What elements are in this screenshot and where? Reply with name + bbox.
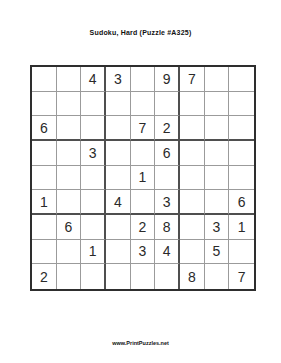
cell-r5c9[interactable] [229, 166, 254, 191]
cell-r1c7: 7 [180, 67, 205, 92]
cell-r3c4[interactable] [106, 116, 131, 141]
cell-r1c9[interactable] [229, 67, 254, 92]
cell-r6c6: 3 [155, 190, 180, 215]
cell-r6c5[interactable] [131, 190, 156, 215]
cell-r6c9: 6 [229, 190, 254, 215]
cell-r7c7[interactable] [180, 215, 205, 240]
cell-r4c6: 6 [155, 141, 180, 166]
cell-r8c3: 1 [81, 240, 106, 265]
cell-r2c7[interactable] [180, 92, 205, 117]
cell-r8c2[interactable] [57, 240, 82, 265]
cell-r3c9[interactable] [229, 116, 254, 141]
cell-r2c8[interactable] [205, 92, 230, 117]
cell-r7c4[interactable] [106, 215, 131, 240]
cell-r4c1[interactable] [32, 141, 57, 166]
cell-r9c8[interactable] [205, 264, 230, 289]
puzzle-title: Sudoku, Hard (Puzzle #A325) [0, 29, 281, 36]
cell-r2c2[interactable] [57, 92, 82, 117]
cell-r9c3[interactable] [81, 264, 106, 289]
footer-url: www.PrintPuzzles.net [0, 340, 281, 346]
cell-r4c4[interactable] [106, 141, 131, 166]
cell-r7c3[interactable] [81, 215, 106, 240]
cell-r1c2[interactable] [57, 67, 82, 92]
cell-r2c9[interactable] [229, 92, 254, 117]
cell-r2c4[interactable] [106, 92, 131, 117]
cell-r6c4: 4 [106, 190, 131, 215]
cell-r2c5[interactable] [131, 92, 156, 117]
cell-r8c8: 5 [205, 240, 230, 265]
cell-r9c7: 8 [180, 264, 205, 289]
cell-r1c3: 4 [81, 67, 106, 92]
cell-r4c8[interactable] [205, 141, 230, 166]
cell-r4c5[interactable] [131, 141, 156, 166]
cell-r5c1[interactable] [32, 166, 57, 191]
cell-r2c3[interactable] [81, 92, 106, 117]
cell-r8c4[interactable] [106, 240, 131, 265]
cell-r1c5[interactable] [131, 67, 156, 92]
cell-r3c2[interactable] [57, 116, 82, 141]
cell-r2c6[interactable] [155, 92, 180, 117]
cell-r9c5[interactable] [131, 264, 156, 289]
cell-r3c1: 6 [32, 116, 57, 141]
cell-r6c1: 1 [32, 190, 57, 215]
cell-r9c1: 2 [32, 264, 57, 289]
sudoku-board: 43976723611436628311345287 [30, 65, 256, 291]
cell-r4c2[interactable] [57, 141, 82, 166]
cell-r3c3[interactable] [81, 116, 106, 141]
cell-r3c7[interactable] [180, 116, 205, 141]
cell-r8c1[interactable] [32, 240, 57, 265]
cell-r5c4[interactable] [106, 166, 131, 191]
cell-r9c2[interactable] [57, 264, 82, 289]
cell-r7c2: 6 [57, 215, 82, 240]
cell-r5c3[interactable] [81, 166, 106, 191]
cell-r6c3[interactable] [81, 190, 106, 215]
cell-r7c8: 3 [205, 215, 230, 240]
cell-r8c6: 4 [155, 240, 180, 265]
cell-r5c2[interactable] [57, 166, 82, 191]
cell-r8c7[interactable] [180, 240, 205, 265]
sudoku-page: Sudoku, Hard (Puzzle #A325) 439767236114… [0, 0, 281, 363]
cell-r9c6[interactable] [155, 264, 180, 289]
cell-r5c6[interactable] [155, 166, 180, 191]
cell-r8c9[interactable] [229, 240, 254, 265]
cell-r1c4: 3 [106, 67, 131, 92]
cell-r5c5: 1 [131, 166, 156, 191]
cell-r1c8[interactable] [205, 67, 230, 92]
cell-r7c6: 8 [155, 215, 180, 240]
cell-r4c7[interactable] [180, 141, 205, 166]
cell-r8c5: 3 [131, 240, 156, 265]
cell-r6c2[interactable] [57, 190, 82, 215]
cell-r9c9: 7 [229, 264, 254, 289]
cell-r3c8[interactable] [205, 116, 230, 141]
cell-r6c8[interactable] [205, 190, 230, 215]
cell-r4c3: 3 [81, 141, 106, 166]
cell-r5c7[interactable] [180, 166, 205, 191]
cell-r3c5: 7 [131, 116, 156, 141]
cell-r6c7[interactable] [180, 190, 205, 215]
cell-r1c6: 9 [155, 67, 180, 92]
cell-r7c5: 2 [131, 215, 156, 240]
cell-r4c9[interactable] [229, 141, 254, 166]
cell-r3c6: 2 [155, 116, 180, 141]
cell-r1c1[interactable] [32, 67, 57, 92]
cell-r2c1[interactable] [32, 92, 57, 117]
cell-r7c1[interactable] [32, 215, 57, 240]
cell-r7c9: 1 [229, 215, 254, 240]
cell-r5c8[interactable] [205, 166, 230, 191]
cell-r9c4[interactable] [106, 264, 131, 289]
